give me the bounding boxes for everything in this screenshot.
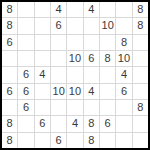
cell-r8c8-empty[interactable]	[116, 116, 131, 131]
cell-r5c8-clue: 4	[116, 67, 131, 82]
cell-r6c2-clue: 6	[18, 84, 33, 99]
cell-r1c4-clue: 4	[51, 2, 66, 17]
cell-r8c1-clue: 8	[2, 116, 17, 131]
cell-r8c6-clue: 8	[84, 116, 99, 131]
cell-r9c5-empty[interactable]	[67, 133, 82, 148]
cell-r2c5-empty[interactable]	[67, 18, 82, 33]
cell-r2c2-empty[interactable]	[18, 18, 33, 33]
cell-r8c2-empty[interactable]	[18, 116, 33, 131]
cell-r8c4-empty[interactable]	[51, 116, 66, 131]
cell-r1c8-empty[interactable]	[116, 2, 131, 17]
cell-r5c2-clue: 6	[18, 67, 33, 82]
cell-r1c1-clue: 8	[2, 2, 17, 17]
cell-r7c5-empty[interactable]	[67, 100, 82, 115]
cell-r1c5-empty[interactable]	[67, 2, 82, 17]
cell-r4c3-empty[interactable]	[35, 51, 50, 66]
cell-r5c1-empty[interactable]	[2, 67, 17, 82]
cell-r6c9-empty[interactable]	[133, 84, 148, 99]
cell-r5c4-empty[interactable]	[51, 67, 66, 82]
cell-r4c4-empty[interactable]	[51, 51, 66, 66]
cell-r7c6-empty[interactable]	[84, 100, 99, 115]
cell-r6c3-empty[interactable]	[35, 84, 50, 99]
cell-r9c4-clue: 6	[51, 133, 66, 148]
cell-r3c8-clue: 8	[116, 35, 131, 50]
cell-r3c4-empty[interactable]	[51, 35, 66, 50]
cell-r4c7-clue: 8	[100, 51, 115, 66]
cell-r6c5-clue: 10	[67, 84, 82, 99]
cell-r1c2-empty[interactable]	[18, 2, 33, 17]
cell-r2c7-clue: 10	[100, 18, 115, 33]
cell-r2c6-empty[interactable]	[84, 18, 99, 33]
cell-r9c3-empty[interactable]	[35, 133, 50, 148]
cell-r9c6-clue: 8	[84, 133, 99, 148]
cell-r2c9-clue: 8	[133, 18, 148, 33]
cell-r4c5-clue: 10	[67, 51, 82, 66]
cell-r7c9-clue: 8	[133, 100, 148, 115]
cell-r1c6-clue: 4	[84, 2, 99, 17]
cell-r4c1-empty[interactable]	[2, 51, 17, 66]
cell-r8c3-clue: 6	[35, 116, 50, 131]
puzzle-board: 84488610868106810644661010466886486868	[0, 0, 150, 150]
cell-r6c6-clue: 4	[84, 84, 99, 99]
cell-r7c8-empty[interactable]	[116, 100, 131, 115]
cell-r5c9-empty[interactable]	[133, 67, 148, 82]
cell-r8c9-empty[interactable]	[133, 116, 148, 131]
cell-r7c4-empty[interactable]	[51, 100, 66, 115]
cell-r3c7-empty[interactable]	[100, 35, 115, 50]
cell-r3c2-empty[interactable]	[18, 35, 33, 50]
cell-r1c7-empty[interactable]	[100, 2, 115, 17]
cell-r1c9-clue: 8	[133, 2, 148, 17]
cell-r5c6-empty[interactable]	[84, 67, 99, 82]
cell-r4c6-clue: 6	[84, 51, 99, 66]
cell-r3c5-empty[interactable]	[67, 35, 82, 50]
cell-r6c7-empty[interactable]	[100, 84, 115, 99]
cell-r7c7-empty[interactable]	[100, 100, 115, 115]
cell-r9c8-empty[interactable]	[116, 133, 131, 148]
cell-r4c8-clue: 10	[116, 51, 131, 66]
cell-r9c9-empty[interactable]	[133, 133, 148, 148]
cell-r4c2-empty[interactable]	[18, 51, 33, 66]
cell-r8c7-clue: 6	[100, 116, 115, 131]
cell-r2c1-clue: 8	[2, 18, 17, 33]
cell-r6c8-clue: 6	[116, 84, 131, 99]
cell-r3c3-empty[interactable]	[35, 35, 50, 50]
cell-r7c2-clue: 6	[18, 100, 33, 115]
cell-r9c2-empty[interactable]	[18, 133, 33, 148]
cell-r6c1-clue: 6	[2, 84, 17, 99]
cell-r9c7-empty[interactable]	[100, 133, 115, 148]
cell-r4c9-empty[interactable]	[133, 51, 148, 66]
cell-r6c4-clue: 10	[51, 84, 66, 99]
cell-r2c3-empty[interactable]	[35, 18, 50, 33]
cell-r7c3-empty[interactable]	[35, 100, 50, 115]
cell-r2c4-clue: 6	[51, 18, 66, 33]
cell-r7c1-empty[interactable]	[2, 100, 17, 115]
cell-r3c6-empty[interactable]	[84, 35, 99, 50]
cell-r8c5-clue: 4	[67, 116, 82, 131]
cell-r5c3-clue: 4	[35, 67, 50, 82]
cell-r3c9-empty[interactable]	[133, 35, 148, 50]
cell-r5c5-empty[interactable]	[67, 67, 82, 82]
cell-r5c7-empty[interactable]	[100, 67, 115, 82]
cell-r1c3-empty[interactable]	[35, 2, 50, 17]
cell-r9c1-clue: 8	[2, 133, 17, 148]
cell-r2c8-empty[interactable]	[116, 18, 131, 33]
cell-r3c1-clue: 6	[2, 35, 17, 50]
